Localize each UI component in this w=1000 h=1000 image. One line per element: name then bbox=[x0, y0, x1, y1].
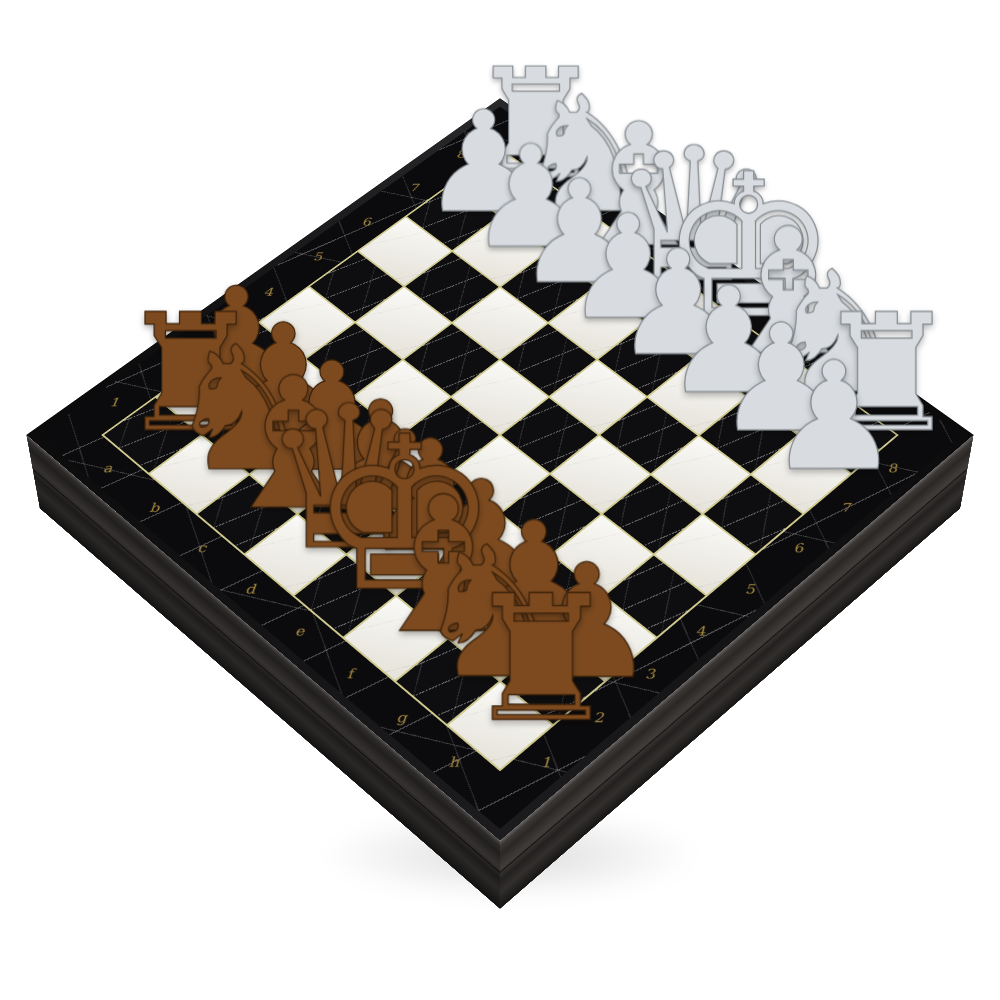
rank-label-7: 7 bbox=[402, 164, 426, 212]
piece-white-rook-h1[interactable]: ♜ bbox=[463, 572, 536, 746]
file-label-b: b bbox=[118, 498, 191, 517]
file-label-g: g bbox=[364, 707, 440, 728]
board-top: abcdefgh abcdefgh 87654321 87654321 ♜♞♝♛… bbox=[26, 98, 974, 841]
file-label-d: d bbox=[213, 579, 287, 599]
file-label-f: f bbox=[312, 663, 387, 684]
file-label-c: c bbox=[165, 538, 238, 558]
product-photo: abcdefgh abcdefgh 87654321 87654321 ♜♞♝♛… bbox=[0, 0, 1000, 1000]
rank-label-4: 4 bbox=[686, 601, 714, 661]
rank-label-7: 7 bbox=[831, 480, 860, 536]
file-label-a: a bbox=[72, 459, 144, 478]
rank-label-6: 6 bbox=[354, 198, 378, 247]
piece-black-pawn-h7[interactable]: ♟ bbox=[767, 342, 836, 491]
rank-label-1: 1 bbox=[533, 731, 560, 795]
rank-label-6: 6 bbox=[784, 519, 813, 577]
file-label-a: a bbox=[507, 146, 572, 162]
file-label-h: h bbox=[416, 751, 492, 773]
file-label-e: e bbox=[262, 621, 336, 642]
rank-label-8: 8 bbox=[449, 131, 472, 178]
chess-case: abcdefgh abcdefgh 87654321 87654321 ♜♞♝♛… bbox=[26, 98, 974, 841]
rank-label-5: 5 bbox=[736, 560, 765, 619]
chess-set-scene: abcdefgh abcdefgh 87654321 87654321 ♜♞♝♛… bbox=[165, 100, 835, 770]
rank-label-5: 5 bbox=[305, 232, 330, 282]
file-label-d: d bbox=[649, 248, 717, 265]
file-label-c: c bbox=[600, 214, 667, 231]
file-label-b: b bbox=[553, 180, 619, 196]
